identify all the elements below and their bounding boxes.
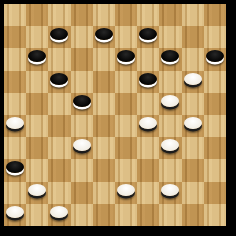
square-r7c3 — [71, 159, 93, 181]
black-man[interactable] — [28, 50, 46, 62]
square-r4c4 — [93, 93, 115, 115]
black-man[interactable] — [95, 28, 113, 40]
square-r9c2[interactable] — [48, 204, 70, 226]
black-man[interactable] — [139, 28, 157, 40]
square-r9c9 — [204, 204, 226, 226]
white-man[interactable] — [117, 184, 135, 196]
black-man[interactable] — [206, 50, 224, 62]
square-r2c2 — [48, 48, 70, 70]
square-r3c4[interactable] — [93, 71, 115, 93]
square-r8c1[interactable] — [26, 182, 48, 204]
square-r6c9[interactable] — [204, 137, 226, 159]
square-r8c4 — [93, 182, 115, 204]
white-man[interactable] — [73, 139, 91, 151]
square-r6c6 — [137, 137, 159, 159]
black-man[interactable] — [161, 50, 179, 62]
square-r2c6 — [137, 48, 159, 70]
square-r5c1 — [26, 115, 48, 137]
square-r5c5 — [115, 115, 137, 137]
square-r2c4 — [93, 48, 115, 70]
square-r1c7 — [159, 26, 181, 48]
white-man[interactable] — [28, 184, 46, 196]
square-r3c2[interactable] — [48, 71, 70, 93]
square-r1c2[interactable] — [48, 26, 70, 48]
square-r3c8[interactable] — [182, 71, 204, 93]
square-r5c4[interactable] — [93, 115, 115, 137]
square-r8c7[interactable] — [159, 182, 181, 204]
black-man[interactable] — [50, 73, 68, 85]
square-r1c9 — [204, 26, 226, 48]
square-r5c8[interactable] — [182, 115, 204, 137]
square-r7c6[interactable] — [137, 159, 159, 181]
square-r6c1[interactable] — [26, 137, 48, 159]
square-r1c4[interactable] — [93, 26, 115, 48]
black-man[interactable] — [139, 73, 157, 85]
black-man[interactable] — [50, 28, 68, 40]
square-r5c6[interactable] — [137, 115, 159, 137]
square-r5c9 — [204, 115, 226, 137]
square-r4c0 — [4, 93, 26, 115]
square-r2c8 — [182, 48, 204, 70]
square-r7c5 — [115, 159, 137, 181]
square-r4c2 — [48, 93, 70, 115]
square-r3c7 — [159, 71, 181, 93]
square-r8c8 — [182, 182, 204, 204]
white-man[interactable] — [6, 117, 24, 129]
square-r5c3 — [71, 115, 93, 137]
square-r1c8[interactable] — [182, 26, 204, 48]
square-r9c8[interactable] — [182, 204, 204, 226]
white-man[interactable] — [161, 139, 179, 151]
square-r8c5[interactable] — [115, 182, 137, 204]
square-r8c2 — [48, 182, 70, 204]
square-r9c1 — [26, 204, 48, 226]
square-r0c4 — [93, 4, 115, 26]
square-r6c5[interactable] — [115, 137, 137, 159]
draughts-board — [4, 4, 226, 226]
square-r1c1 — [26, 26, 48, 48]
square-r0c2 — [48, 4, 70, 26]
square-r7c4[interactable] — [93, 159, 115, 181]
square-r2c7[interactable] — [159, 48, 181, 70]
square-r0c3[interactable] — [71, 4, 93, 26]
square-r9c4[interactable] — [93, 204, 115, 226]
square-r3c5 — [115, 71, 137, 93]
white-man[interactable] — [6, 206, 24, 218]
square-r2c3[interactable] — [71, 48, 93, 70]
square-r9c6[interactable] — [137, 204, 159, 226]
square-r3c9 — [204, 71, 226, 93]
white-man[interactable] — [184, 117, 202, 129]
square-r7c2[interactable] — [48, 159, 70, 181]
square-r6c0 — [4, 137, 26, 159]
white-man[interactable] — [161, 95, 179, 107]
square-r7c8[interactable] — [182, 159, 204, 181]
square-r1c3 — [71, 26, 93, 48]
square-r0c7[interactable] — [159, 4, 181, 26]
square-r6c3[interactable] — [71, 137, 93, 159]
square-r0c6 — [137, 4, 159, 26]
square-r7c0[interactable] — [4, 159, 26, 181]
square-r9c7 — [159, 204, 181, 226]
square-r2c9[interactable] — [204, 48, 226, 70]
black-man[interactable] — [73, 95, 91, 107]
square-r9c0[interactable] — [4, 204, 26, 226]
square-r5c2[interactable] — [48, 115, 70, 137]
square-r6c2 — [48, 137, 70, 159]
white-man[interactable] — [50, 206, 68, 218]
square-r8c0 — [4, 182, 26, 204]
square-r4c5[interactable] — [115, 93, 137, 115]
square-r6c7[interactable] — [159, 137, 181, 159]
square-r1c5 — [115, 26, 137, 48]
square-r4c6 — [137, 93, 159, 115]
square-r3c1 — [26, 71, 48, 93]
white-man[interactable] — [161, 184, 179, 196]
square-r7c1 — [26, 159, 48, 181]
square-r7c9 — [204, 159, 226, 181]
square-r4c9[interactable] — [204, 93, 226, 115]
square-r6c8 — [182, 137, 204, 159]
square-r3c0[interactable] — [4, 71, 26, 93]
white-man[interactable] — [139, 117, 157, 129]
square-r0c5[interactable] — [115, 4, 137, 26]
white-man[interactable] — [184, 73, 202, 85]
square-r4c8 — [182, 93, 204, 115]
board-frame — [0, 0, 236, 236]
square-r8c9[interactable] — [204, 182, 226, 204]
square-r0c9[interactable] — [204, 4, 226, 26]
square-r3c3 — [71, 71, 93, 93]
square-r4c1[interactable] — [26, 93, 48, 115]
square-r2c0 — [4, 48, 26, 70]
black-man[interactable] — [6, 161, 24, 173]
square-r0c8 — [182, 4, 204, 26]
square-r2c1[interactable] — [26, 48, 48, 70]
square-r7c7 — [159, 159, 181, 181]
square-r1c6[interactable] — [137, 26, 159, 48]
square-r8c3[interactable] — [71, 182, 93, 204]
square-r8c6 — [137, 182, 159, 204]
square-r0c0 — [4, 4, 26, 26]
square-r4c3[interactable] — [71, 93, 93, 115]
square-r5c7 — [159, 115, 181, 137]
square-r9c5 — [115, 204, 137, 226]
black-man[interactable] — [117, 50, 135, 62]
square-r5c0[interactable] — [4, 115, 26, 137]
square-r2c5[interactable] — [115, 48, 137, 70]
square-r9c3 — [71, 204, 93, 226]
square-r1c0[interactable] — [4, 26, 26, 48]
square-r6c4 — [93, 137, 115, 159]
square-r0c1[interactable] — [26, 4, 48, 26]
square-r4c7[interactable] — [159, 93, 181, 115]
square-r3c6[interactable] — [137, 71, 159, 93]
